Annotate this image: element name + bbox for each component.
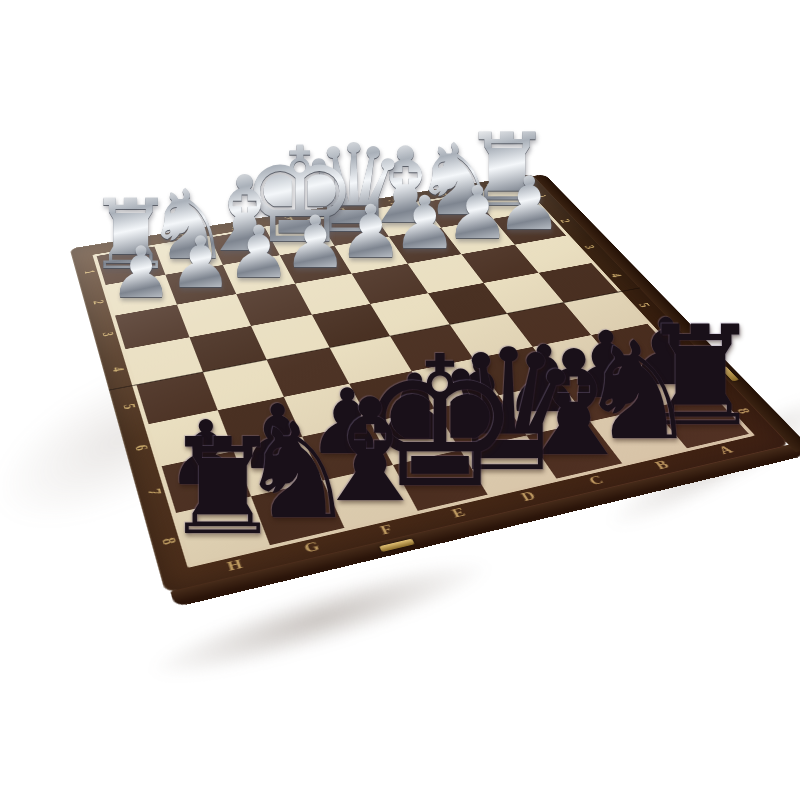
white-pawn-g2[interactable]: ♟ [169, 226, 233, 297]
white-pawn-d2[interactable]: ♟ [338, 195, 403, 268]
white-pawn-h2[interactable]: ♟ [109, 237, 173, 308]
white-pawn-f2[interactable]: ♟ [226, 216, 291, 288]
brass-clasp [379, 539, 415, 553]
photo-stage: HGFEDCBA HGFEDCBA 12345678 12345678 ♜♞♝♚… [0, 0, 800, 800]
white-pawn-e2[interactable]: ♟ [283, 206, 348, 278]
black-rook-h8[interactable]: ♜ [163, 421, 282, 554]
